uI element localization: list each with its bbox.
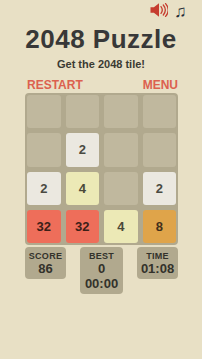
cell-r4c4: 8 bbox=[143, 210, 177, 243]
cell-r4c1: 32 bbox=[27, 210, 61, 243]
cell-r3c2: 4 bbox=[66, 172, 100, 205]
time-value: 01:08 bbox=[137, 261, 178, 276]
stats-bar: SCORE 86 BEST 0 00:00 TIME 01:08 bbox=[25, 247, 178, 294]
best-panel: BEST 0 00:00 bbox=[80, 247, 123, 294]
cell-r4c3: 4 bbox=[104, 210, 138, 243]
cell-r1c2 bbox=[66, 95, 100, 128]
best-label: BEST bbox=[80, 251, 123, 261]
game-board[interactable]: 2 2 4 2 32 32 4 8 bbox=[25, 93, 178, 245]
page-subtitle: Get the 2048 tile! bbox=[0, 58, 202, 70]
speaker-icon bbox=[149, 2, 168, 22]
menubar: RESTART MENU bbox=[27, 78, 178, 92]
cell-r4c2: 32 bbox=[66, 210, 100, 243]
score-panel: SCORE 86 bbox=[25, 247, 66, 279]
menu-button[interactable]: MENU bbox=[143, 78, 178, 92]
game-screen: ♫ 2048 Puzzle Get the 2048 tile! RESTART… bbox=[0, 0, 202, 359]
page-title: 2048 Puzzle bbox=[0, 24, 202, 55]
cell-r3c1: 2 bbox=[27, 172, 61, 205]
cell-r1c4 bbox=[143, 95, 177, 128]
cell-r1c3 bbox=[104, 95, 138, 128]
score-label: SCORE bbox=[25, 251, 66, 261]
top-icon-bar: ♫ bbox=[149, 3, 187, 21]
cell-r2c3 bbox=[104, 133, 138, 166]
score-value: 86 bbox=[25, 261, 66, 276]
music-note-icon: ♫ bbox=[174, 2, 187, 21]
best-time-value: 00:00 bbox=[80, 276, 123, 291]
music-toggle-button[interactable]: ♫ bbox=[174, 4, 187, 20]
cell-r3c4: 2 bbox=[143, 172, 177, 205]
cell-r3c3 bbox=[104, 172, 138, 205]
cell-r1c1 bbox=[27, 95, 61, 128]
best-score-value: 0 bbox=[80, 261, 123, 276]
sound-toggle-button[interactable] bbox=[149, 4, 168, 20]
cell-r2c2: 2 bbox=[66, 133, 100, 166]
time-panel: TIME 01:08 bbox=[137, 247, 178, 279]
restart-button[interactable]: RESTART bbox=[27, 78, 83, 92]
cell-r2c1 bbox=[27, 133, 61, 166]
cell-r2c4 bbox=[143, 133, 177, 166]
time-label: TIME bbox=[137, 251, 178, 261]
